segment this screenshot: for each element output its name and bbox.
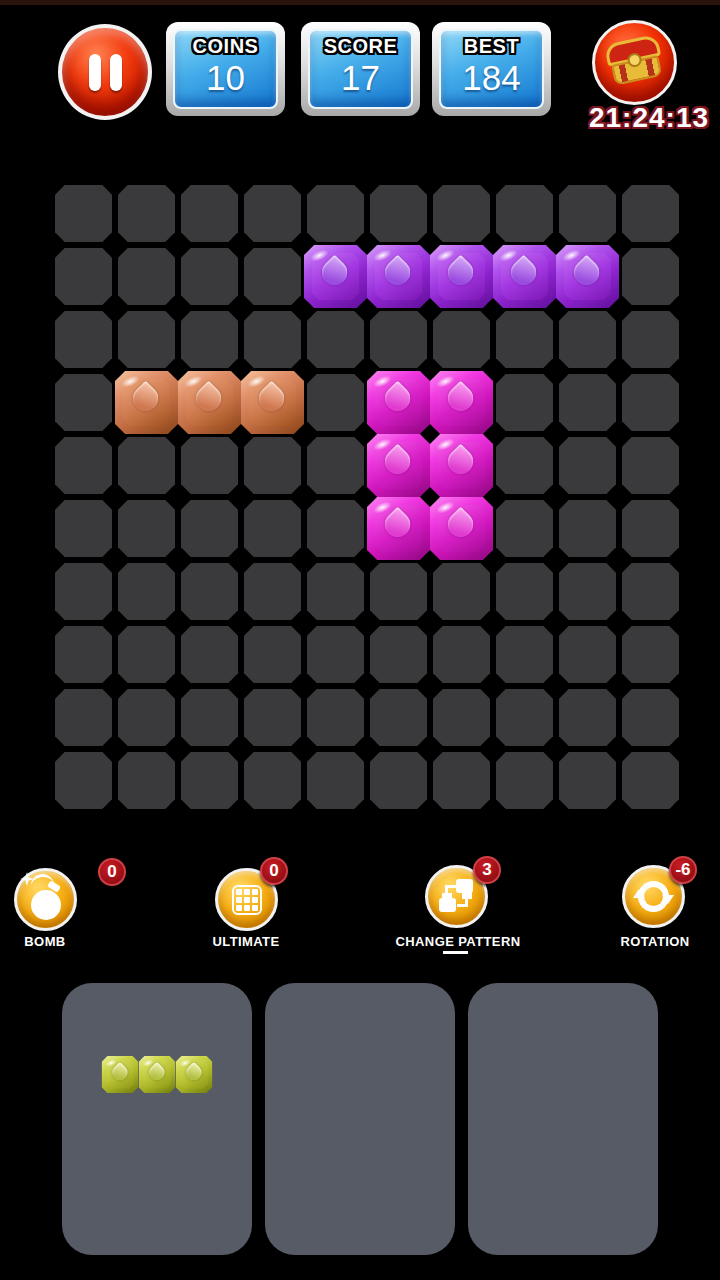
orange-gem (115, 371, 178, 434)
orange-gem (241, 371, 304, 434)
board-cell[interactable] (496, 437, 553, 494)
board (55, 185, 679, 809)
board-cell[interactable] (307, 437, 364, 494)
board-cell[interactable] (244, 689, 301, 746)
board-cell[interactable] (55, 248, 112, 305)
board-cell[interactable] (622, 752, 679, 809)
board-cell[interactable] (622, 437, 679, 494)
board-cell[interactable] (55, 689, 112, 746)
board-cell[interactable] (370, 500, 427, 557)
board-cell[interactable] (433, 311, 490, 368)
change-pattern-underline (443, 951, 468, 954)
best-label: BEST (441, 35, 542, 58)
tray-slot-1[interactable] (62, 983, 252, 1255)
board-cell[interactable] (433, 563, 490, 620)
board-cell[interactable] (55, 185, 112, 242)
coins-panel: COINS 10 (166, 22, 285, 116)
board-cell[interactable] (307, 563, 364, 620)
board-cell[interactable] (181, 437, 238, 494)
board-cell[interactable] (181, 626, 238, 683)
magenta-gem (367, 434, 430, 497)
best-panel: BEST 184 (432, 22, 551, 116)
board-cell[interactable] (370, 689, 427, 746)
board-cell[interactable] (118, 563, 175, 620)
board-cell[interactable] (307, 311, 364, 368)
grid-icon (232, 885, 262, 915)
board-cell[interactable] (307, 248, 364, 305)
board-cell[interactable] (118, 626, 175, 683)
magenta-gem (367, 497, 430, 560)
board-cell[interactable] (55, 563, 112, 620)
board-cell[interactable] (244, 248, 301, 305)
board-cell[interactable] (433, 626, 490, 683)
board-cell[interactable] (622, 185, 679, 242)
board-cell[interactable] (559, 563, 616, 620)
board-cell[interactable] (370, 626, 427, 683)
board-cell[interactable] (496, 248, 553, 305)
board-cell[interactable] (496, 185, 553, 242)
board-cell[interactable] (55, 437, 112, 494)
magenta-gem (430, 497, 493, 560)
board-cell[interactable] (559, 437, 616, 494)
board-cell[interactable] (307, 374, 364, 431)
board-cell[interactable] (118, 689, 175, 746)
treasure-chest-button[interactable] (592, 20, 677, 105)
score-label: SCORE (310, 35, 411, 58)
board-cell[interactable] (118, 311, 175, 368)
board-cell[interactable] (118, 185, 175, 242)
board-cell[interactable] (118, 500, 175, 557)
board-cell[interactable] (181, 185, 238, 242)
score-panel: SCORE 17 (301, 22, 420, 116)
board-cell[interactable] (244, 563, 301, 620)
ultimate-count-badge: 0 (260, 857, 288, 885)
coins-label: COINS (175, 35, 276, 58)
board-cell[interactable] (496, 500, 553, 557)
purple-gem (304, 245, 367, 308)
green-gem (139, 1056, 176, 1093)
board-cell[interactable] (55, 374, 112, 431)
board-cell[interactable] (244, 500, 301, 557)
board-cell[interactable] (622, 500, 679, 557)
board-cell[interactable] (118, 437, 175, 494)
board-cell[interactable] (181, 374, 238, 431)
board-cell[interactable] (244, 185, 301, 242)
board-cell[interactable] (307, 752, 364, 809)
board-cell[interactable] (181, 752, 238, 809)
game-screen: COINS 10 SCORE 17 BEST 184 21:24:13 0 BO… (0, 0, 720, 1280)
treasure-chest-icon (604, 34, 666, 90)
board-cell[interactable] (181, 248, 238, 305)
board-cell[interactable] (559, 752, 616, 809)
rotation-count-badge: -6 (669, 856, 697, 884)
board-cell[interactable] (307, 626, 364, 683)
board-cell[interactable] (55, 752, 112, 809)
board-cell[interactable] (244, 311, 301, 368)
board-cell[interactable] (433, 437, 490, 494)
board-cell[interactable] (433, 248, 490, 305)
green-gem (102, 1056, 139, 1093)
board-cell[interactable] (559, 689, 616, 746)
board-cell[interactable] (181, 689, 238, 746)
board-cell[interactable] (307, 185, 364, 242)
board-cell[interactable] (307, 689, 364, 746)
board-cell[interactable] (244, 626, 301, 683)
board-cell[interactable] (118, 248, 175, 305)
board-cell[interactable] (496, 752, 553, 809)
board-cell[interactable] (559, 374, 616, 431)
board-cell[interactable] (622, 563, 679, 620)
purple-gem (556, 245, 619, 308)
board-cell[interactable] (433, 185, 490, 242)
board-cell[interactable] (55, 626, 112, 683)
board-cell[interactable] (55, 500, 112, 557)
board-cell[interactable] (181, 311, 238, 368)
board-cell[interactable] (559, 248, 616, 305)
board-cell[interactable] (622, 374, 679, 431)
coins-value: 10 (175, 58, 276, 98)
board-cell[interactable] (433, 374, 490, 431)
board-cell[interactable] (370, 185, 427, 242)
score-value: 17 (310, 58, 411, 98)
board-cell[interactable] (370, 311, 427, 368)
bomb-icon (31, 890, 61, 920)
board-cell[interactable] (370, 437, 427, 494)
board-cell[interactable] (307, 500, 364, 557)
green-gem (176, 1056, 213, 1093)
board-cell[interactable] (244, 752, 301, 809)
board-cell[interactable] (559, 626, 616, 683)
board-cell[interactable] (370, 248, 427, 305)
orange-gem (178, 371, 241, 434)
board-cell[interactable] (622, 689, 679, 746)
board-cell[interactable] (496, 626, 553, 683)
board-cell[interactable] (559, 185, 616, 242)
board-cell[interactable] (433, 752, 490, 809)
top-strip (0, 0, 720, 5)
magenta-gem (367, 371, 430, 434)
board-cell[interactable] (244, 437, 301, 494)
rotation-label: ROTATION (575, 934, 720, 949)
pause-button[interactable] (58, 24, 152, 120)
board-cell[interactable] (55, 311, 112, 368)
board-cell[interactable] (622, 311, 679, 368)
change-pattern-count-badge: 3 (473, 856, 501, 884)
ultimate-label: ULTIMATE (166, 934, 326, 949)
board-cell[interactable] (433, 689, 490, 746)
board-cell[interactable] (496, 374, 553, 431)
tray-slot-3[interactable] (468, 983, 658, 1255)
board-cell[interactable] (496, 563, 553, 620)
board-cell[interactable] (370, 374, 427, 431)
purple-gem (367, 245, 430, 308)
purple-gem (493, 245, 556, 308)
board-cell[interactable] (496, 311, 553, 368)
board-cell[interactable] (559, 311, 616, 368)
bomb-count-badge: 0 (98, 858, 126, 886)
purple-gem (430, 245, 493, 308)
board-cell[interactable] (622, 626, 679, 683)
bomb-button[interactable] (14, 868, 77, 931)
magenta-gem (430, 371, 493, 434)
board-cell[interactable] (181, 500, 238, 557)
bonus-timer: 21:24:13 (578, 102, 720, 134)
magenta-gem (430, 434, 493, 497)
board-cell[interactable] (433, 500, 490, 557)
board-cell[interactable] (496, 689, 553, 746)
pause-icon (62, 28, 148, 116)
board-cell[interactable] (244, 374, 301, 431)
tray-slot-2[interactable] (265, 983, 455, 1255)
board-cell[interactable] (622, 248, 679, 305)
board-cell[interactable] (370, 563, 427, 620)
bomb-label: BOMB (0, 934, 125, 949)
board-cell[interactable] (181, 563, 238, 620)
change-pattern-label: CHANGE PATTERN (378, 934, 538, 949)
board-cell[interactable] (118, 374, 175, 431)
board-cell[interactable] (370, 752, 427, 809)
board-cell[interactable] (559, 500, 616, 557)
tray-piece[interactable] (102, 1056, 213, 1093)
board-cell[interactable] (118, 752, 175, 809)
best-value: 184 (441, 58, 542, 98)
